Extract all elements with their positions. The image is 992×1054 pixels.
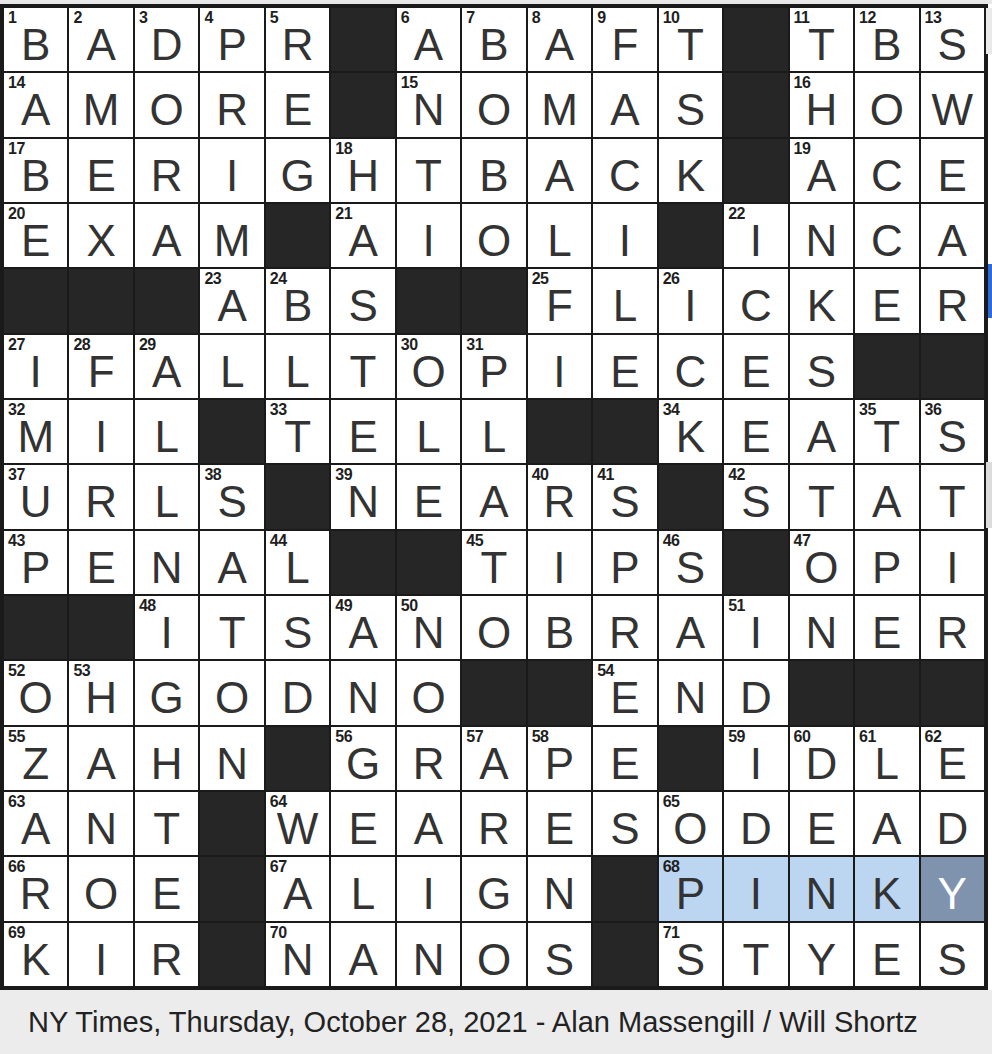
cell-r7c3[interactable]: L <box>134 399 199 464</box>
cell-letter: N <box>413 88 445 132</box>
cell-r3c2[interactable]: E <box>68 138 133 203</box>
cell-r3c5[interactable]: G <box>265 138 330 203</box>
cell-r1c2[interactable]: 2A <box>68 7 133 72</box>
cell-r13c13[interactable]: E <box>789 791 854 856</box>
cell-letter: R <box>85 480 117 524</box>
cell-r14c1[interactable]: 66R <box>3 856 68 921</box>
cell-r7c5[interactable]: 33T <box>265 399 330 464</box>
cell-r11c9 <box>527 660 592 725</box>
cell-r8c3[interactable]: L <box>134 464 199 529</box>
cell-r3c10[interactable]: C <box>592 138 657 203</box>
cell-r10c11[interactable]: A <box>658 595 723 660</box>
cell-r7c13[interactable]: A <box>789 399 854 464</box>
cell-r5c12[interactable]: C <box>723 268 788 333</box>
cell-r13c2[interactable]: N <box>68 791 133 856</box>
cell-letter: G <box>346 742 380 786</box>
cell-r6c10[interactable]: E <box>592 334 657 399</box>
cell-r11c13 <box>789 660 854 725</box>
cell-number: 57 <box>466 727 483 746</box>
cell-r1c14[interactable]: 12B <box>854 7 919 72</box>
cell-r1c7[interactable]: 6A <box>396 7 461 72</box>
cell-r1c9[interactable]: 8A <box>527 7 592 72</box>
cell-letter: I <box>161 611 173 655</box>
cell-letter: E <box>87 154 116 198</box>
cell-number: 71 <box>663 923 680 942</box>
cell-r13c15[interactable]: D <box>920 791 985 856</box>
cell-r2c11[interactable]: S <box>658 72 723 137</box>
cell-number: 5 <box>270 8 278 27</box>
cell-r1c15[interactable]: 13S <box>920 7 985 72</box>
cell-r11c11[interactable]: N <box>658 660 723 725</box>
cell-r8c15[interactable]: T <box>920 464 985 529</box>
cell-r11c7[interactable]: O <box>396 660 461 725</box>
cell-r12c14[interactable]: 61L <box>854 726 919 791</box>
cell-letter: E <box>152 872 181 916</box>
cell-letter: P <box>610 546 639 590</box>
cell-r14c14[interactable]: K <box>854 856 919 921</box>
cell-number: 40 <box>532 465 549 484</box>
cell-r14c2[interactable]: O <box>68 856 133 921</box>
cell-r10c10[interactable]: R <box>592 595 657 660</box>
cell-letter: L <box>154 480 178 524</box>
cell-number: 16 <box>794 73 811 92</box>
cell-letter: B <box>479 154 508 198</box>
cell-letter: C <box>871 154 903 198</box>
cell-r8c2[interactable]: R <box>68 464 133 529</box>
cell-r13c14[interactable]: A <box>854 791 919 856</box>
cell-r7c12[interactable]: E <box>723 399 788 464</box>
cell-letter: E <box>414 480 443 524</box>
cell-r4c15[interactable]: A <box>920 203 985 268</box>
cell-r2c5[interactable]: E <box>265 72 330 137</box>
cell-r9c6 <box>330 530 395 595</box>
cell-r9c5[interactable]: 44L <box>265 530 330 595</box>
cell-r14c8[interactable]: G <box>461 856 526 921</box>
cell-letter: W <box>932 88 974 132</box>
cell-r13c11[interactable]: 65O <box>658 791 723 856</box>
cell-r8c10[interactable]: 41S <box>592 464 657 529</box>
cell-r4c4[interactable]: M <box>199 203 264 268</box>
cell-r15c7[interactable]: N <box>396 922 461 987</box>
cell-r12c13[interactable]: 60D <box>789 726 854 791</box>
cell-r4c9[interactable]: L <box>527 203 592 268</box>
cell-r3c6[interactable]: 18H <box>330 138 395 203</box>
cell-r7c11[interactable]: 34K <box>658 399 723 464</box>
cell-r6c1[interactable]: 27I <box>3 334 68 399</box>
cell-r11c15 <box>920 660 985 725</box>
cell-number: 55 <box>8 727 25 746</box>
cell-r13c6[interactable]: E <box>330 791 395 856</box>
cell-r12c7[interactable]: R <box>396 726 461 791</box>
cell-r3c14[interactable]: C <box>854 138 919 203</box>
cell-number: 23 <box>204 269 221 288</box>
cell-r10c2 <box>68 595 133 660</box>
cell-number: 64 <box>270 792 287 811</box>
cell-r3c3[interactable]: R <box>134 138 199 203</box>
cell-letter: I <box>226 154 238 198</box>
cell-number: 46 <box>663 531 680 550</box>
cell-r15c2[interactable]: I <box>68 922 133 987</box>
cell-r14c3[interactable]: E <box>134 856 199 921</box>
cell-letter: L <box>220 350 244 394</box>
cell-letter: A <box>676 611 705 655</box>
cell-r15c3[interactable]: R <box>134 922 199 987</box>
cell-r2c4[interactable]: R <box>199 72 264 137</box>
cell-r3c1[interactable]: 17B <box>3 138 68 203</box>
cell-r10c9[interactable]: B <box>527 595 592 660</box>
cell-r1c3[interactable]: 3D <box>134 7 199 72</box>
cell-r6c7[interactable]: 30O <box>396 334 461 399</box>
cell-number: 11 <box>794 8 810 27</box>
cell-letter: R <box>151 938 183 982</box>
cell-r5c6[interactable]: S <box>330 268 395 333</box>
cell-letter: N <box>805 611 837 655</box>
cell-letter: K <box>807 284 836 328</box>
cell-number: 30 <box>401 335 418 354</box>
cell-r13c9[interactable]: E <box>527 791 592 856</box>
cell-r11c12[interactable]: D <box>723 660 788 725</box>
cell-r2c9[interactable]: M <box>527 72 592 137</box>
cell-r11c3[interactable]: G <box>134 660 199 725</box>
cell-r12c1[interactable]: 55Z <box>3 726 68 791</box>
cell-r2c2[interactable]: M <box>68 72 133 137</box>
cell-letter: N <box>151 546 183 590</box>
cell-r2c1[interactable]: 14A <box>3 72 68 137</box>
cell-r12c3[interactable]: H <box>134 726 199 791</box>
cell-r12c8[interactable]: 57A <box>461 726 526 791</box>
cell-letter: N <box>85 807 117 851</box>
cell-r9c14[interactable]: P <box>854 530 919 595</box>
cell-r2c10[interactable]: A <box>592 72 657 137</box>
cell-number: 34 <box>663 400 680 419</box>
cell-letter: E <box>610 742 639 786</box>
cell-r4c1[interactable]: 20E <box>3 203 68 268</box>
cell-r11c1[interactable]: 52O <box>3 660 68 725</box>
cell-r2c6 <box>330 72 395 137</box>
cell-letter: Y <box>807 938 836 982</box>
cell-letter: H <box>85 676 117 720</box>
cell-r3c4[interactable]: I <box>199 138 264 203</box>
cell-r4c14[interactable]: C <box>854 203 919 268</box>
cell-r8c1[interactable]: 37U <box>3 464 68 529</box>
cell-letter: A <box>610 88 639 132</box>
cell-r13c3[interactable]: T <box>134 791 199 856</box>
cell-r2c14[interactable]: O <box>854 72 919 137</box>
cell-letter: T <box>873 415 900 459</box>
cell-r11c8 <box>461 660 526 725</box>
cell-r3c11[interactable]: K <box>658 138 723 203</box>
cell-r10c15[interactable]: R <box>920 595 985 660</box>
cell-r10c12[interactable]: 51I <box>723 595 788 660</box>
cell-r9c9[interactable]: I <box>527 530 592 595</box>
cell-r14c12[interactable]: I <box>723 856 788 921</box>
cell-r2c7[interactable]: 15N <box>396 72 461 137</box>
cell-letter: N <box>347 480 379 524</box>
cell-letter: X <box>87 219 116 263</box>
cell-letter: D <box>282 676 314 720</box>
cell-r13c12[interactable]: D <box>723 791 788 856</box>
cell-r4c3[interactable]: A <box>134 203 199 268</box>
cell-letter: A <box>479 742 508 786</box>
cell-r12c5 <box>265 726 330 791</box>
cell-letter: I <box>422 219 434 263</box>
cell-letter: H <box>151 742 183 786</box>
cell-r6c13[interactable]: S <box>789 334 854 399</box>
cell-letter: P <box>872 546 901 590</box>
cell-r14c9[interactable]: N <box>527 856 592 921</box>
cell-r8c8[interactable]: A <box>461 464 526 529</box>
cell-r8c9[interactable]: 40R <box>527 464 592 529</box>
cell-letter: N <box>413 938 445 982</box>
cell-r12c4[interactable]: N <box>199 726 264 791</box>
cell-letter: A <box>807 415 836 459</box>
cell-letter: I <box>553 546 565 590</box>
cell-r4c12[interactable]: 22I <box>723 203 788 268</box>
cell-r13c10[interactable]: S <box>592 791 657 856</box>
cell-r4c8[interactable]: O <box>461 203 526 268</box>
cell-r4c2[interactable]: X <box>68 203 133 268</box>
cell-r6c11[interactable]: C <box>658 334 723 399</box>
cell-r4c13[interactable]: N <box>789 203 854 268</box>
cell-letter: C <box>740 284 772 328</box>
cell-r9c4[interactable]: A <box>199 530 264 595</box>
cell-letter: O <box>411 350 445 394</box>
cell-r15c13[interactable]: Y <box>789 922 854 987</box>
cell-letter: A <box>217 284 246 328</box>
cell-r15c12[interactable]: T <box>723 922 788 987</box>
cell-letter: P <box>545 742 574 786</box>
cell-number: 12 <box>859 8 876 27</box>
cell-number: 27 <box>8 335 25 354</box>
cell-letter: A <box>348 611 377 655</box>
cell-r8c7[interactable]: E <box>396 464 461 529</box>
cell-r13c5[interactable]: 64W <box>265 791 330 856</box>
cell-r5c4[interactable]: 23A <box>199 268 264 333</box>
cell-r9c8[interactable]: 45T <box>461 530 526 595</box>
cell-letter: E <box>87 546 116 590</box>
cell-letter: A <box>152 219 181 263</box>
cell-letter: A <box>21 88 50 132</box>
cell-letter: H <box>805 88 837 132</box>
cell-letter: L <box>416 415 440 459</box>
cell-r9c11[interactable]: 46S <box>658 530 723 595</box>
cell-r5c13[interactable]: K <box>789 268 854 333</box>
cell-r15c8[interactable]: O <box>461 922 526 987</box>
cell-letter: S <box>217 480 246 524</box>
cell-r7c8[interactable]: L <box>461 399 526 464</box>
cell-r13c1[interactable]: 63A <box>3 791 68 856</box>
cell-r6c3[interactable]: 29A <box>134 334 199 399</box>
cell-number: 41 <box>597 465 614 484</box>
cell-letter: A <box>283 872 312 916</box>
cell-r7c15[interactable]: 36S <box>920 399 985 464</box>
cell-r6c4[interactable]: L <box>199 334 264 399</box>
cell-r9c13[interactable]: 47O <box>789 530 854 595</box>
cell-r5c11[interactable]: 26I <box>658 268 723 333</box>
cell-r10c8[interactable]: O <box>461 595 526 660</box>
cell-r12c12[interactable]: 59I <box>723 726 788 791</box>
cell-letter: O <box>19 676 53 720</box>
cell-r10c14[interactable]: E <box>854 595 919 660</box>
cell-r2c8[interactable]: O <box>461 72 526 137</box>
cell-r5c5[interactable]: 24B <box>265 268 330 333</box>
cell-r4c6[interactable]: 21A <box>330 203 395 268</box>
cell-r9c1[interactable]: 43P <box>3 530 68 595</box>
cell-letter: S <box>938 938 967 982</box>
cell-letter: E <box>872 938 901 982</box>
cell-r1c1[interactable]: 1B <box>3 7 68 72</box>
cell-r6c2[interactable]: 28F <box>68 334 133 399</box>
cell-r14c13[interactable]: N <box>789 856 854 921</box>
cell-r12c2[interactable]: A <box>68 726 133 791</box>
cell-r13c8[interactable]: R <box>461 791 526 856</box>
cell-r4c10[interactable]: I <box>592 203 657 268</box>
cell-r1c13[interactable]: 11T <box>789 7 854 72</box>
cell-r9c10[interactable]: P <box>592 530 657 595</box>
cell-r5c9[interactable]: 25F <box>527 268 592 333</box>
cell-r1c8[interactable]: 7B <box>461 7 526 72</box>
cell-r2c15[interactable]: W <box>920 72 985 137</box>
cell-r10c13[interactable]: N <box>789 595 854 660</box>
cell-r2c3[interactable]: O <box>134 72 199 137</box>
cell-r9c2[interactable]: E <box>68 530 133 595</box>
cell-r6c8[interactable]: 31P <box>461 334 526 399</box>
cell-letter: A <box>21 807 50 851</box>
cell-letter: N <box>675 676 707 720</box>
cell-letter: L <box>547 219 571 263</box>
cell-r9c3[interactable]: N <box>134 530 199 595</box>
right-edge-notch-mid <box>986 462 992 528</box>
cell-r5c15[interactable]: R <box>920 268 985 333</box>
cell-letter: A <box>807 154 836 198</box>
cell-letter: A <box>87 23 116 67</box>
cell-r10c6[interactable]: 49A <box>330 595 395 660</box>
cell-r8c13[interactable]: T <box>789 464 854 529</box>
cell-r3c8[interactable]: B <box>461 138 526 203</box>
cell-r3c12 <box>723 138 788 203</box>
cell-r8c5 <box>265 464 330 529</box>
cell-letter: E <box>872 611 901 655</box>
cell-r14c11[interactable]: 68P <box>658 856 723 921</box>
cell-letter: D <box>936 807 968 851</box>
cell-r1c5[interactable]: 5R <box>265 7 330 72</box>
cell-letter: I <box>30 350 42 394</box>
cell-r15c1[interactable]: 69K <box>3 922 68 987</box>
cell-r14c5[interactable]: 67A <box>265 856 330 921</box>
cell-r7c14[interactable]: 35T <box>854 399 919 464</box>
cell-r5c14[interactable]: E <box>854 268 919 333</box>
cell-number: 9 <box>597 8 605 27</box>
cell-number: 13 <box>925 8 942 27</box>
cell-r8c12[interactable]: 42S <box>723 464 788 529</box>
cell-r1c11[interactable]: 10T <box>658 7 723 72</box>
cell-letter: L <box>285 546 309 590</box>
cell-r15c5[interactable]: 70N <box>265 922 330 987</box>
cell-number: 50 <box>401 596 418 615</box>
cell-letter: S <box>741 480 770 524</box>
cell-letter: T <box>481 546 508 590</box>
cell-r12c9[interactable]: 58P <box>527 726 592 791</box>
cell-letter: S <box>676 546 705 590</box>
cell-r4c5 <box>265 203 330 268</box>
cell-r15c14[interactable]: E <box>854 922 919 987</box>
cell-r1c10[interactable]: 9F <box>592 7 657 72</box>
cell-letter: B <box>283 284 312 328</box>
cell-r8c4[interactable]: 38S <box>199 464 264 529</box>
cell-letter: R <box>20 872 52 916</box>
cell-r15c11[interactable]: 71S <box>658 922 723 987</box>
cell-r10c3[interactable]: 48I <box>134 595 199 660</box>
cell-number: 24 <box>270 269 287 288</box>
cell-r8c6[interactable]: 39N <box>330 464 395 529</box>
cell-letter: R <box>151 154 183 198</box>
cell-letter: K <box>676 154 705 198</box>
cell-r3c9[interactable]: A <box>527 138 592 203</box>
cell-r14c6[interactable]: L <box>330 856 395 921</box>
cell-letter: C <box>609 154 641 198</box>
cell-r6c15 <box>920 334 985 399</box>
cell-r13c7[interactable]: A <box>396 791 461 856</box>
cell-r6c9[interactable]: I <box>527 334 592 399</box>
cell-r15c9[interactable]: S <box>527 922 592 987</box>
cell-r5c10[interactable]: L <box>592 268 657 333</box>
cell-r3c13[interactable]: 19A <box>789 138 854 203</box>
cell-r9c15[interactable]: I <box>920 530 985 595</box>
cell-r6c5[interactable]: L <box>265 334 330 399</box>
cell-letter: N <box>413 611 445 655</box>
cell-r11c10[interactable]: 54E <box>592 660 657 725</box>
cell-letter: I <box>95 938 107 982</box>
cell-r7c2[interactable]: I <box>68 399 133 464</box>
cell-letter: E <box>938 742 967 786</box>
cell-r3c15[interactable]: E <box>920 138 985 203</box>
cell-r7c6[interactable]: E <box>330 399 395 464</box>
cell-r11c2[interactable]: 53H <box>68 660 133 725</box>
cell-r2c13[interactable]: 16H <box>789 72 854 137</box>
cell-r10c5[interactable]: S <box>265 595 330 660</box>
cell-r15c15[interactable]: S <box>920 922 985 987</box>
cell-letter: A <box>152 350 181 394</box>
cell-letter: D <box>740 807 772 851</box>
cell-letter: M <box>541 88 578 132</box>
cell-r11c5[interactable]: D <box>265 660 330 725</box>
cell-letter: T <box>939 480 966 524</box>
cell-r14c7[interactable]: I <box>396 856 461 921</box>
cell-r6c12[interactable]: E <box>723 334 788 399</box>
cell-r14c15[interactable]: Y <box>920 856 985 921</box>
cell-r10c4[interactable]: T <box>199 595 264 660</box>
cell-r3c7[interactable]: T <box>396 138 461 203</box>
cell-r12c6[interactable]: 56G <box>330 726 395 791</box>
cell-number: 70 <box>270 923 287 942</box>
cell-letter: M <box>214 219 251 263</box>
cell-r11c4[interactable]: O <box>199 660 264 725</box>
crossword-grid[interactable]: 1B2A3D4P5R6A7B8A9F10T11T12B13S14AMORE15N… <box>0 4 988 990</box>
cell-r15c6[interactable]: A <box>330 922 395 987</box>
cell-r7c7[interactable]: L <box>396 399 461 464</box>
cell-letter: E <box>938 154 967 198</box>
cell-r12c15[interactable]: 62E <box>920 726 985 791</box>
cell-r8c14[interactable]: A <box>854 464 919 529</box>
cell-r7c1[interactable]: 32M <box>3 399 68 464</box>
cell-letter: S <box>807 350 836 394</box>
cell-r1c4[interactable]: 4P <box>199 7 264 72</box>
cell-r4c7[interactable]: I <box>396 203 461 268</box>
cell-r11c6[interactable]: N <box>330 660 395 725</box>
cell-r10c7[interactable]: 50N <box>396 595 461 660</box>
cell-r12c10[interactable]: E <box>592 726 657 791</box>
cell-r6c6[interactable]: T <box>330 334 395 399</box>
